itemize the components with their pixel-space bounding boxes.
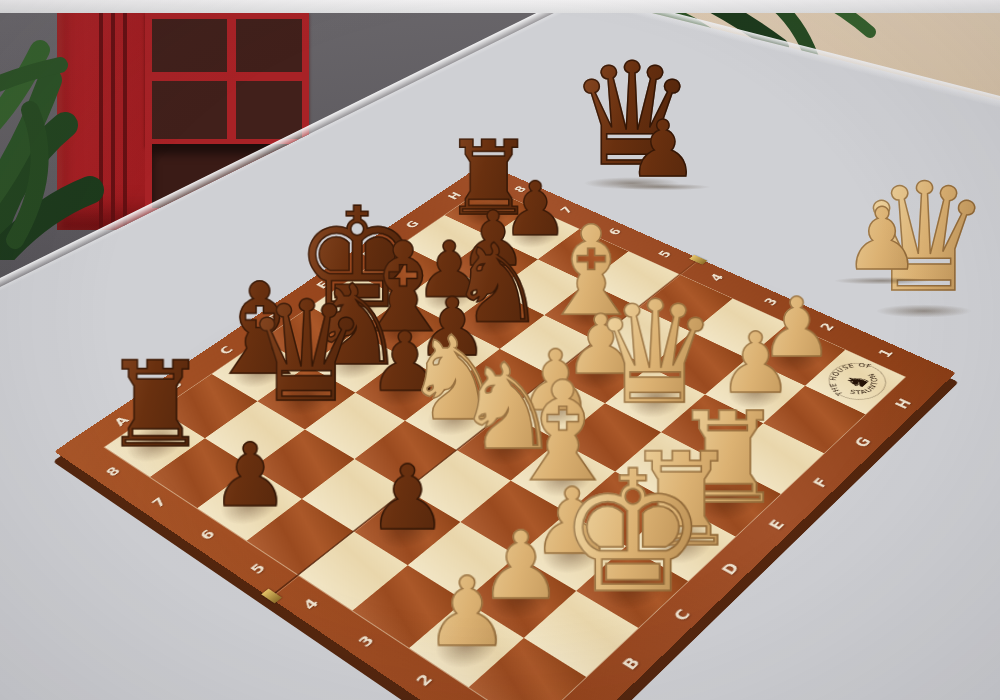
pieces-layer: ♜♝♚♜♛♞♝♟♟♟♟♟♟♞♞♝♟♞♟♟♝♛♟♟♟♟♟♚♜♜	[105, 187, 905, 700]
piece-white-pawn-a2[interactable]: ♟	[375, 564, 558, 660]
white-captured-pawn[interactable]: ♟	[802, 196, 962, 282]
black-captured-pawn[interactable]: ♟	[583, 110, 743, 188]
photo-scene: THE HOUSE OF STAUNTON ♞ ♜♝♚♜♛♞♝♟♟♟♟♟♟♞♞♝…	[0, 0, 1000, 700]
perspective-container: THE HOUSE OF STAUNTON ♞ ♜♝♚♜♛♞♝♟♟♟♟♟♟♞♞♝…	[0, 0, 1000, 700]
piece-black-pawn-a6[interactable]: ♟	[166, 432, 333, 520]
